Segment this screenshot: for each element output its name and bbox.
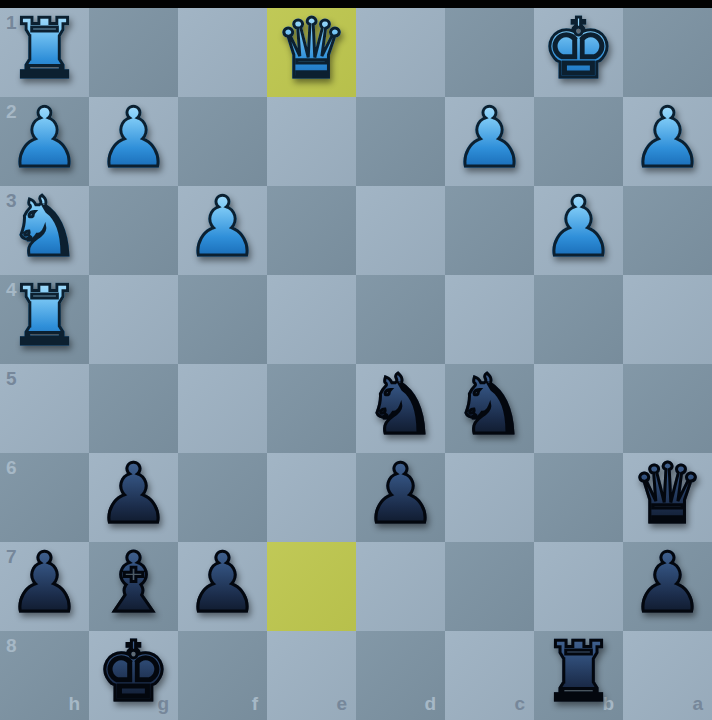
square-g2[interactable]: ♟ xyxy=(89,97,178,186)
rank-label-8: 8 xyxy=(6,636,17,655)
file-label-c: c xyxy=(514,694,525,713)
square-b3[interactable]: ♟ xyxy=(534,186,623,275)
square-e1[interactable]: ♛ xyxy=(267,8,356,97)
square-f3[interactable]: ♟ xyxy=(178,186,267,275)
square-f5[interactable] xyxy=(178,364,267,453)
white-king-piece: ♚ xyxy=(542,4,616,93)
black-pawn-piece: ♟ xyxy=(364,449,438,538)
square-c8[interactable]: c xyxy=(445,631,534,720)
square-h5[interactable]: 5 xyxy=(0,364,89,453)
black-bishop-piece: ♝ xyxy=(97,538,171,627)
white-queen-piece: ♛ xyxy=(275,4,349,93)
file-label-a: a xyxy=(692,694,703,713)
square-e3[interactable] xyxy=(267,186,356,275)
square-b7[interactable] xyxy=(534,542,623,631)
square-d4[interactable] xyxy=(356,275,445,364)
square-a1[interactable] xyxy=(623,8,712,97)
white-pawn-piece: ♟ xyxy=(97,93,171,182)
square-c2[interactable]: ♟ xyxy=(445,97,534,186)
square-h6[interactable]: 6 xyxy=(0,453,89,542)
square-e7[interactable] xyxy=(267,542,356,631)
square-a5[interactable] xyxy=(623,364,712,453)
square-h4[interactable]: 4♜ xyxy=(0,275,89,364)
square-c1[interactable] xyxy=(445,8,534,97)
white-pawn-piece: ♟ xyxy=(453,93,527,182)
square-d1[interactable] xyxy=(356,8,445,97)
square-b6[interactable] xyxy=(534,453,623,542)
square-e5[interactable] xyxy=(267,364,356,453)
square-c7[interactable] xyxy=(445,542,534,631)
white-pawn-piece: ♟ xyxy=(186,182,260,271)
file-label-f: f xyxy=(252,694,258,713)
file-label-e: e xyxy=(336,694,347,713)
black-pawn-piece: ♟ xyxy=(97,449,171,538)
black-pawn-piece: ♟ xyxy=(186,538,260,627)
square-a2[interactable]: ♟ xyxy=(623,97,712,186)
black-knight-piece: ♞ xyxy=(364,360,438,449)
black-pawn-piece: ♟ xyxy=(8,538,82,627)
square-f1[interactable] xyxy=(178,8,267,97)
square-d3[interactable] xyxy=(356,186,445,275)
square-f2[interactable] xyxy=(178,97,267,186)
black-king-piece: ♚ xyxy=(97,627,171,716)
square-h8[interactable]: 8h xyxy=(0,631,89,720)
chess-app-window: 1♜♛♚2♟♟♟♟3♞♟♟4♜5♞♞6♟♟♛7♟♝♟♟8hg♚fedcb♜a xyxy=(0,0,712,720)
square-g5[interactable] xyxy=(89,364,178,453)
square-f8[interactable]: f xyxy=(178,631,267,720)
square-d5[interactable]: ♞ xyxy=(356,364,445,453)
square-a3[interactable] xyxy=(623,186,712,275)
white-pawn-piece: ♟ xyxy=(542,182,616,271)
square-c3[interactable] xyxy=(445,186,534,275)
rank-label-5: 5 xyxy=(6,369,17,388)
square-b2[interactable] xyxy=(534,97,623,186)
square-h2[interactable]: 2♟ xyxy=(0,97,89,186)
square-g6[interactable]: ♟ xyxy=(89,453,178,542)
black-queen-piece: ♛ xyxy=(631,449,705,538)
white-pawn-piece: ♟ xyxy=(8,93,82,182)
square-b8[interactable]: b♜ xyxy=(534,631,623,720)
square-a7[interactable]: ♟ xyxy=(623,542,712,631)
file-label-d: d xyxy=(424,694,436,713)
square-h3[interactable]: 3♞ xyxy=(0,186,89,275)
black-rook-piece: ♜ xyxy=(542,627,616,716)
square-e2[interactable] xyxy=(267,97,356,186)
square-d7[interactable] xyxy=(356,542,445,631)
square-g4[interactable] xyxy=(89,275,178,364)
square-a6[interactable]: ♛ xyxy=(623,453,712,542)
square-d2[interactable] xyxy=(356,97,445,186)
square-a4[interactable] xyxy=(623,275,712,364)
square-c6[interactable] xyxy=(445,453,534,542)
square-h1[interactable]: 1♜ xyxy=(0,8,89,97)
black-pawn-piece: ♟ xyxy=(631,538,705,627)
square-g7[interactable]: ♝ xyxy=(89,542,178,631)
white-rook-piece: ♜ xyxy=(8,271,82,360)
chess-board: 1♜♛♚2♟♟♟♟3♞♟♟4♜5♞♞6♟♟♛7♟♝♟♟8hg♚fedcb♜a xyxy=(0,8,712,716)
square-g1[interactable] xyxy=(89,8,178,97)
square-d8[interactable]: d xyxy=(356,631,445,720)
square-e6[interactable] xyxy=(267,453,356,542)
square-c5[interactable]: ♞ xyxy=(445,364,534,453)
black-knight-piece: ♞ xyxy=(453,360,527,449)
square-a8[interactable]: a xyxy=(623,631,712,720)
square-f7[interactable]: ♟ xyxy=(178,542,267,631)
file-label-h: h xyxy=(68,694,80,713)
square-e8[interactable]: e xyxy=(267,631,356,720)
square-d6[interactable]: ♟ xyxy=(356,453,445,542)
square-b5[interactable] xyxy=(534,364,623,453)
white-knight-piece: ♞ xyxy=(8,182,82,271)
square-f6[interactable] xyxy=(178,453,267,542)
square-b1[interactable]: ♚ xyxy=(534,8,623,97)
square-e4[interactable] xyxy=(267,275,356,364)
square-g3[interactable] xyxy=(89,186,178,275)
white-rook-piece: ♜ xyxy=(8,4,82,93)
square-c4[interactable] xyxy=(445,275,534,364)
square-b4[interactable] xyxy=(534,275,623,364)
square-g8[interactable]: g♚ xyxy=(89,631,178,720)
rank-label-6: 6 xyxy=(6,458,17,477)
square-h7[interactable]: 7♟ xyxy=(0,542,89,631)
white-pawn-piece: ♟ xyxy=(631,93,705,182)
square-f4[interactable] xyxy=(178,275,267,364)
